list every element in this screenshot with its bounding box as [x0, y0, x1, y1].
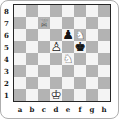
rank-labels: 87654321 [1, 5, 12, 101]
square-b4[interactable] [26, 53, 38, 65]
square-b1[interactable] [26, 89, 38, 101]
rank-label-1: 1 [1, 89, 12, 101]
square-h4[interactable] [98, 53, 110, 65]
rank-label-8: 8 [1, 5, 12, 17]
square-h8[interactable] [98, 5, 110, 17]
file-label-f: f [74, 104, 86, 114]
white-knight-glyph: ♘ [62, 53, 74, 65]
white-pawn[interactable]: ♟♙ [50, 41, 62, 53]
square-e8[interactable] [62, 5, 74, 17]
square-b8[interactable] [26, 5, 38, 17]
square-h1[interactable] [98, 89, 110, 101]
square-d4[interactable] [50, 53, 62, 65]
chess-board: ♛♕♟♟♞♘♟♙♚♚♞♘♚♔ [13, 4, 111, 102]
square-d1[interactable]: ♚♔ [50, 89, 62, 101]
square-d3[interactable] [50, 65, 62, 77]
square-d7[interactable] [50, 17, 62, 29]
square-h7[interactable] [98, 17, 110, 29]
square-c1[interactable] [38, 89, 50, 101]
square-c2[interactable] [38, 77, 50, 89]
square-g1[interactable] [86, 89, 98, 101]
white-pawn-glyph: ♙ [50, 41, 62, 53]
square-e3[interactable] [62, 65, 74, 77]
square-h2[interactable] [98, 77, 110, 89]
square-a3[interactable] [14, 65, 26, 77]
file-label-h: h [98, 104, 110, 114]
square-a2[interactable] [14, 77, 26, 89]
square-d5[interactable]: ♟♙ [50, 41, 62, 53]
square-a7[interactable] [14, 17, 26, 29]
square-b2[interactable] [26, 77, 38, 89]
square-b5[interactable] [26, 41, 38, 53]
file-label-d: d [50, 104, 62, 114]
square-f5[interactable]: ♚♚ [74, 41, 86, 53]
square-g3[interactable] [86, 65, 98, 77]
square-g7[interactable] [86, 17, 98, 29]
black-pawn[interactable]: ♟♟ [62, 29, 74, 41]
rank-label-2: 2 [1, 77, 12, 89]
square-f8[interactable] [74, 5, 86, 17]
square-g8[interactable] [86, 5, 98, 17]
square-b3[interactable] [26, 65, 38, 77]
white-queen[interactable]: ♛♕ [38, 17, 50, 29]
file-label-a: a [14, 104, 26, 114]
square-h3[interactable] [98, 65, 110, 77]
square-a1[interactable] [14, 89, 26, 101]
square-a8[interactable] [14, 5, 26, 17]
file-labels: abcdefgh [14, 104, 110, 114]
square-f3[interactable] [74, 65, 86, 77]
rank-label-3: 3 [1, 65, 12, 77]
black-pawn-glyph: ♟ [62, 29, 74, 41]
rank-label-5: 5 [1, 41, 12, 53]
white-knight[interactable]: ♞♘ [62, 53, 74, 65]
rank-label-7: 7 [1, 17, 12, 29]
square-b7[interactable] [26, 17, 38, 29]
file-label-c: c [38, 104, 50, 114]
square-g2[interactable] [86, 77, 98, 89]
white-queen-glyph: ♕ [38, 17, 50, 29]
rank-label-4: 4 [1, 53, 12, 65]
square-c4[interactable] [38, 53, 50, 65]
square-e6[interactable]: ♟♟ [62, 29, 74, 41]
square-f2[interactable] [74, 77, 86, 89]
square-e4[interactable]: ♞♘ [62, 53, 74, 65]
square-a5[interactable] [14, 41, 26, 53]
square-f1[interactable] [74, 89, 86, 101]
square-c3[interactable] [38, 65, 50, 77]
square-c7[interactable]: ♛♕ [38, 17, 50, 29]
square-g5[interactable] [86, 41, 98, 53]
square-g6[interactable] [86, 29, 98, 41]
black-king-glyph: ♚ [74, 41, 86, 53]
file-label-g: g [86, 104, 98, 114]
square-d8[interactable] [50, 5, 62, 17]
file-label-b: b [26, 104, 38, 114]
black-king[interactable]: ♚♚ [74, 41, 86, 53]
white-king[interactable]: ♚♔ [50, 89, 62, 101]
white-king-glyph: ♔ [50, 89, 62, 101]
square-g4[interactable] [86, 53, 98, 65]
rank-label-6: 6 [1, 29, 12, 41]
square-h6[interactable] [98, 29, 110, 41]
square-e1[interactable] [62, 89, 74, 101]
square-f4[interactable] [74, 53, 86, 65]
square-e2[interactable] [62, 77, 74, 89]
square-a6[interactable] [14, 29, 26, 41]
square-a4[interactable] [14, 53, 26, 65]
square-h5[interactable] [98, 41, 110, 53]
square-b6[interactable] [26, 29, 38, 41]
square-c5[interactable] [38, 41, 50, 53]
square-c6[interactable] [38, 29, 50, 41]
chess-diagram: 87654321 ♛♕♟♟♞♘♟♙♚♚♞♘♚♔ abcdefgh [0, 0, 119, 119]
file-label-e: e [62, 104, 74, 114]
